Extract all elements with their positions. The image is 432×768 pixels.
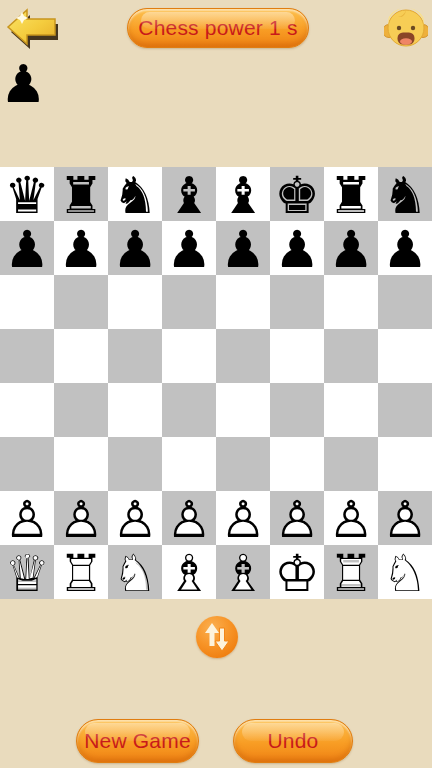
black-b-piece: ♝ [216,167,270,221]
board-square-b8[interactable]: ♜ [54,167,108,221]
black-k-piece: ♚ [270,167,324,221]
player-avatar-button[interactable] [384,4,428,52]
board-square-b2[interactable]: ♟♙ [54,491,108,545]
white-n-piece: ♞♘ [378,545,432,599]
engine-strength-label: Chess power 1 s [138,16,297,40]
board-square-a8[interactable]: ♛ [0,167,54,221]
board-square-e5[interactable] [216,329,270,383]
chess-board: ♛♜♞♝♝♚♜♞♟♟♟♟♟♟♟♟♟♙♟♙♟♙♟♙♟♙♟♙♟♙♟♙♛♕♜♖♞♘♝♗… [0,167,432,599]
flip-board-button[interactable] [196,616,238,658]
board-square-b6[interactable] [54,275,108,329]
white-b-piece: ♝♗ [162,545,216,599]
white-r-piece: ♜♖ [54,545,108,599]
board-square-c7[interactable]: ♟ [108,221,162,275]
board-square-h5[interactable] [378,329,432,383]
board-square-c5[interactable] [108,329,162,383]
board-square-e3[interactable] [216,437,270,491]
board-square-d1[interactable]: ♝♗ [162,545,216,599]
black-n-piece: ♞ [108,167,162,221]
back-button[interactable] [6,6,64,54]
black-r-piece: ♜ [54,167,108,221]
board-square-d2[interactable]: ♟♙ [162,491,216,545]
white-r-piece: ♜♖ [324,545,378,599]
white-p-piece: ♟♙ [162,491,216,545]
board-square-f1[interactable]: ♚♔ [270,545,324,599]
white-p-piece: ♟♙ [216,491,270,545]
board-square-b3[interactable] [54,437,108,491]
board-square-d5[interactable] [162,329,216,383]
board-square-e7[interactable]: ♟ [216,221,270,275]
black-r-piece: ♜ [324,167,378,221]
new-game-button[interactable]: New Game [76,719,199,763]
board-square-c6[interactable] [108,275,162,329]
board-square-g1[interactable]: ♜♖ [324,545,378,599]
board-square-a1[interactable]: ♛♕ [0,545,54,599]
board-square-h6[interactable] [378,275,432,329]
board-square-g6[interactable] [324,275,378,329]
swap-up-down-arrows-icon [201,620,233,654]
board-square-c8[interactable]: ♞ [108,167,162,221]
board-square-d8[interactable]: ♝ [162,167,216,221]
app-screen: Chess power 1 s ♟ ♛♜♞♝♝♚♜♞♟♟♟♟♟♟♟♟♟♙♟♙♟♙… [0,0,432,768]
black-b-piece: ♝ [162,167,216,221]
board-square-c2[interactable]: ♟♙ [108,491,162,545]
board-square-a4[interactable] [0,383,54,437]
board-square-c4[interactable] [108,383,162,437]
new-game-label: New Game [84,729,191,753]
board-square-e2[interactable]: ♟♙ [216,491,270,545]
black-side-pawn-icon: ♟ [0,54,52,114]
board-square-b7[interactable]: ♟ [54,221,108,275]
black-p-piece: ♟ [162,221,216,275]
board-square-f8[interactable]: ♚ [270,167,324,221]
black-p-piece: ♟ [0,221,54,275]
board-square-g5[interactable] [324,329,378,383]
board-square-e4[interactable] [216,383,270,437]
undo-label: Undo [267,729,318,753]
engine-strength-button[interactable]: Chess power 1 s [127,8,309,48]
undo-button[interactable]: Undo [233,719,353,763]
white-p-piece: ♟♙ [0,491,54,545]
board-square-f2[interactable]: ♟♙ [270,491,324,545]
board-square-d7[interactable]: ♟ [162,221,216,275]
black-n-piece: ♞ [378,167,432,221]
board-square-g8[interactable]: ♜ [324,167,378,221]
black-p-piece: ♟ [270,221,324,275]
white-k-piece: ♚♔ [270,545,324,599]
board-square-b5[interactable] [54,329,108,383]
white-q-piece: ♛♕ [0,545,54,599]
board-square-e1[interactable]: ♝♗ [216,545,270,599]
board-square-h8[interactable]: ♞ [378,167,432,221]
black-p-piece: ♟ [324,221,378,275]
board-square-g4[interactable] [324,383,378,437]
board-square-a5[interactable] [0,329,54,383]
board-square-f6[interactable] [270,275,324,329]
board-square-e6[interactable] [216,275,270,329]
board-square-d3[interactable] [162,437,216,491]
board-square-f7[interactable]: ♟ [270,221,324,275]
black-p-piece: ♟ [378,221,432,275]
board-square-h7[interactable]: ♟ [378,221,432,275]
board-square-a2[interactable]: ♟♙ [0,491,54,545]
white-p-piece: ♟♙ [324,491,378,545]
back-arrow-icon [6,6,64,54]
black-p-piece: ♟ [216,221,270,275]
white-b-piece: ♝♗ [216,545,270,599]
board-square-d4[interactable] [162,383,216,437]
board-square-c1[interactable]: ♞♘ [108,545,162,599]
board-square-d6[interactable] [162,275,216,329]
white-p-piece: ♟♙ [378,491,432,545]
board-square-e8[interactable]: ♝ [216,167,270,221]
board-square-g3[interactable] [324,437,378,491]
board-square-g7[interactable]: ♟ [324,221,378,275]
board-square-g2[interactable]: ♟♙ [324,491,378,545]
white-n-piece: ♞♘ [108,545,162,599]
board-square-h4[interactable] [378,383,432,437]
board-square-h1[interactable]: ♞♘ [378,545,432,599]
board-square-a7[interactable]: ♟ [0,221,54,275]
white-p-piece: ♟♙ [54,491,108,545]
white-p-piece: ♟♙ [108,491,162,545]
board-square-b4[interactable] [54,383,108,437]
black-p-piece: ♟ [108,221,162,275]
white-p-piece: ♟♙ [270,491,324,545]
board-square-f4[interactable] [270,383,324,437]
board-square-a3[interactable] [0,437,54,491]
board-square-b1[interactable]: ♜♖ [54,545,108,599]
black-q-piece: ♛ [0,167,54,221]
board-square-a6[interactable] [0,275,54,329]
girl-face-icon [384,4,428,52]
board-square-h2[interactable]: ♟♙ [378,491,432,545]
black-p-piece: ♟ [54,221,108,275]
board-square-c3[interactable] [108,437,162,491]
board-square-h3[interactable] [378,437,432,491]
board-square-f5[interactable] [270,329,324,383]
board-square-f3[interactable] [270,437,324,491]
